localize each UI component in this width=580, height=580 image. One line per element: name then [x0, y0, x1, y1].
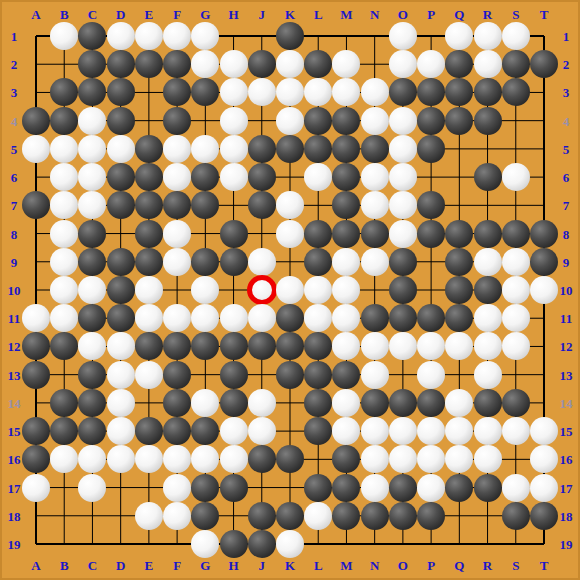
coord-label: J [259, 559, 266, 572]
stone-white-S9[interactable] [502, 248, 530, 276]
stone-white-G5[interactable] [191, 135, 219, 163]
stone-white-J14[interactable] [248, 389, 276, 417]
stone-black-H12[interactable] [220, 332, 248, 360]
stone-white-C10[interactable] [78, 276, 106, 304]
stone-white-N15[interactable] [361, 417, 389, 445]
stone-white-E16[interactable] [135, 445, 163, 473]
coord-label: K [285, 559, 295, 572]
stone-white-F9[interactable] [163, 248, 191, 276]
stone-white-O5[interactable] [389, 135, 417, 163]
stone-black-R10[interactable] [474, 276, 502, 304]
stone-black-R6[interactable] [474, 163, 502, 191]
stone-white-M11[interactable] [332, 304, 360, 332]
stone-white-D16[interactable] [107, 445, 135, 473]
stone-white-Q15[interactable] [445, 417, 473, 445]
stone-white-K4[interactable] [276, 107, 304, 135]
stone-white-D14[interactable] [107, 389, 135, 417]
last-move-stone-white-J10[interactable] [247, 275, 277, 305]
stone-white-E13[interactable] [135, 361, 163, 389]
stone-white-P17[interactable] [417, 474, 445, 502]
stone-white-D13[interactable] [107, 361, 135, 389]
stone-white-F8[interactable] [163, 220, 191, 248]
stone-white-C6[interactable] [78, 163, 106, 191]
stone-black-O11[interactable] [389, 304, 417, 332]
stone-black-M4[interactable] [332, 107, 360, 135]
stone-black-D9[interactable] [107, 248, 135, 276]
stone-white-N9[interactable] [361, 248, 389, 276]
stone-black-L15[interactable] [304, 417, 332, 445]
stone-black-P5[interactable] [417, 135, 445, 163]
stone-black-N11[interactable] [361, 304, 389, 332]
coord-label: 1 [11, 30, 18, 43]
stone-white-G16[interactable] [191, 445, 219, 473]
stone-white-R1[interactable] [474, 22, 502, 50]
stone-black-K5[interactable] [276, 135, 304, 163]
stone-white-Q1[interactable] [445, 22, 473, 50]
stone-white-M14[interactable] [332, 389, 360, 417]
stone-white-P13[interactable] [417, 361, 445, 389]
stone-black-Q4[interactable] [445, 107, 473, 135]
stone-black-R8[interactable] [474, 220, 502, 248]
stone-black-E5[interactable] [135, 135, 163, 163]
stone-white-N17[interactable] [361, 474, 389, 502]
stone-black-Q8[interactable] [445, 220, 473, 248]
stone-black-T2[interactable] [530, 50, 558, 78]
stone-black-J19[interactable] [248, 530, 276, 558]
stone-white-N12[interactable] [361, 332, 389, 360]
stone-white-P15[interactable] [417, 417, 445, 445]
stone-white-H11[interactable] [220, 304, 248, 332]
stone-white-C7[interactable] [78, 191, 106, 219]
stone-black-D11[interactable] [107, 304, 135, 332]
stone-black-J5[interactable] [248, 135, 276, 163]
stone-black-K1[interactable] [276, 22, 304, 50]
stone-white-F5[interactable] [163, 135, 191, 163]
stone-white-G2[interactable] [191, 50, 219, 78]
stone-white-B11[interactable] [50, 304, 78, 332]
stone-black-F13[interactable] [163, 361, 191, 389]
coord-label: 7 [11, 199, 18, 212]
stone-white-L6[interactable] [304, 163, 332, 191]
coord-label: P [427, 8, 435, 21]
stone-white-R2[interactable] [474, 50, 502, 78]
stone-white-B8[interactable] [50, 220, 78, 248]
stone-white-J11[interactable] [248, 304, 276, 332]
stone-white-M10[interactable] [332, 276, 360, 304]
stone-black-G15[interactable] [191, 417, 219, 445]
stone-black-J18[interactable] [248, 502, 276, 530]
coord-label: 9 [563, 255, 570, 268]
stone-black-K11[interactable] [276, 304, 304, 332]
stone-white-D5[interactable] [107, 135, 135, 163]
stone-white-H15[interactable] [220, 417, 248, 445]
stone-white-R12[interactable] [474, 332, 502, 360]
coord-label: A [31, 559, 40, 572]
stone-white-N7[interactable] [361, 191, 389, 219]
stone-black-M18[interactable] [332, 502, 360, 530]
coord-label: O [398, 559, 408, 572]
stone-white-O8[interactable] [389, 220, 417, 248]
stone-black-G3[interactable] [191, 78, 219, 106]
stone-white-N13[interactable] [361, 361, 389, 389]
stone-black-G7[interactable] [191, 191, 219, 219]
coord-label: L [314, 8, 323, 21]
stone-black-M6[interactable] [332, 163, 360, 191]
stone-white-H6[interactable] [220, 163, 248, 191]
stone-black-J16[interactable] [248, 445, 276, 473]
stone-white-R16[interactable] [474, 445, 502, 473]
stone-black-C9[interactable] [78, 248, 106, 276]
stone-black-K18[interactable] [276, 502, 304, 530]
stone-white-K7[interactable] [276, 191, 304, 219]
stone-white-B16[interactable] [50, 445, 78, 473]
stone-black-H14[interactable] [220, 389, 248, 417]
stone-black-L17[interactable] [304, 474, 332, 502]
stone-white-O12[interactable] [389, 332, 417, 360]
stone-black-G12[interactable] [191, 332, 219, 360]
stone-black-H13[interactable] [220, 361, 248, 389]
coord-label: N [370, 8, 379, 21]
stone-white-F6[interactable] [163, 163, 191, 191]
stone-white-D12[interactable] [107, 332, 135, 360]
stone-black-C11[interactable] [78, 304, 106, 332]
stone-white-M2[interactable] [332, 50, 360, 78]
stone-black-L12[interactable] [304, 332, 332, 360]
stone-white-C17[interactable] [78, 474, 106, 502]
stone-black-R4[interactable] [474, 107, 502, 135]
stone-white-O4[interactable] [389, 107, 417, 135]
stone-black-E7[interactable] [135, 191, 163, 219]
stone-white-S15[interactable] [502, 417, 530, 445]
stone-black-O18[interactable] [389, 502, 417, 530]
stone-white-L10[interactable] [304, 276, 332, 304]
stone-black-B12[interactable] [50, 332, 78, 360]
stone-black-C14[interactable] [78, 389, 106, 417]
stone-black-F7[interactable] [163, 191, 191, 219]
stone-black-C3[interactable] [78, 78, 106, 106]
stone-black-G18[interactable] [191, 502, 219, 530]
stone-white-D15[interactable] [107, 417, 135, 445]
stone-black-B3[interactable] [50, 78, 78, 106]
stone-black-N14[interactable] [361, 389, 389, 417]
stone-black-J12[interactable] [248, 332, 276, 360]
stone-white-E11[interactable] [135, 304, 163, 332]
stone-white-G10[interactable] [191, 276, 219, 304]
stone-white-P16[interactable] [417, 445, 445, 473]
stone-black-S18[interactable] [502, 502, 530, 530]
stone-black-M17[interactable] [332, 474, 360, 502]
stone-white-S12[interactable] [502, 332, 530, 360]
stone-black-E2[interactable] [135, 50, 163, 78]
stone-black-E6[interactable] [135, 163, 163, 191]
stone-black-O9[interactable] [389, 248, 417, 276]
stone-black-C13[interactable] [78, 361, 106, 389]
stone-black-L13[interactable] [304, 361, 332, 389]
coord-label: J [259, 8, 266, 21]
stone-black-L9[interactable] [304, 248, 332, 276]
stone-white-E18[interactable] [135, 502, 163, 530]
coord-label: O [398, 8, 408, 21]
stone-black-T8[interactable] [530, 220, 558, 248]
stone-black-C8[interactable] [78, 220, 106, 248]
stone-black-P11[interactable] [417, 304, 445, 332]
coord-label: 12 [8, 340, 21, 353]
stone-white-J9[interactable] [248, 248, 276, 276]
stone-black-L4[interactable] [304, 107, 332, 135]
stone-black-N5[interactable] [361, 135, 389, 163]
stone-black-O10[interactable] [389, 276, 417, 304]
stone-white-Q14[interactable] [445, 389, 473, 417]
stone-black-D6[interactable] [107, 163, 135, 191]
coord-label: G [200, 8, 210, 21]
stone-white-K2[interactable] [276, 50, 304, 78]
stone-white-O16[interactable] [389, 445, 417, 473]
stone-black-P4[interactable] [417, 107, 445, 135]
stone-black-D10[interactable] [107, 276, 135, 304]
stone-black-G9[interactable] [191, 248, 219, 276]
stone-black-D7[interactable] [107, 191, 135, 219]
stone-black-H19[interactable] [220, 530, 248, 558]
stone-black-T9[interactable] [530, 248, 558, 276]
stone-black-P8[interactable] [417, 220, 445, 248]
stone-white-H4[interactable] [220, 107, 248, 135]
coord-label: G [200, 559, 210, 572]
stone-black-M16[interactable] [332, 445, 360, 473]
stone-white-G1[interactable] [191, 22, 219, 50]
stone-white-B6[interactable] [50, 163, 78, 191]
stone-black-O14[interactable] [389, 389, 417, 417]
stone-white-K8[interactable] [276, 220, 304, 248]
stone-black-Q17[interactable] [445, 474, 473, 502]
stone-black-P3[interactable] [417, 78, 445, 106]
stone-black-Q3[interactable] [445, 78, 473, 106]
stone-white-G19[interactable] [191, 530, 219, 558]
stone-white-L11[interactable] [304, 304, 332, 332]
stone-white-R15[interactable] [474, 417, 502, 445]
stone-white-N6[interactable] [361, 163, 389, 191]
stone-black-A4[interactable] [22, 107, 50, 135]
stone-white-C4[interactable] [78, 107, 106, 135]
stone-black-J7[interactable] [248, 191, 276, 219]
stone-white-N3[interactable] [361, 78, 389, 106]
stone-white-O7[interactable] [389, 191, 417, 219]
stone-white-J15[interactable] [248, 417, 276, 445]
stone-black-F15[interactable] [163, 417, 191, 445]
stone-black-F4[interactable] [163, 107, 191, 135]
stone-black-S3[interactable] [502, 78, 530, 106]
stone-black-K13[interactable] [276, 361, 304, 389]
stone-black-C2[interactable] [78, 50, 106, 78]
coord-label: 12 [560, 340, 573, 353]
stone-black-Q9[interactable] [445, 248, 473, 276]
stone-black-E12[interactable] [135, 332, 163, 360]
stone-white-F17[interactable] [163, 474, 191, 502]
coord-label: 13 [8, 368, 21, 381]
stone-black-L14[interactable] [304, 389, 332, 417]
stone-black-S2[interactable] [502, 50, 530, 78]
stone-black-O17[interactable] [389, 474, 417, 502]
stone-white-S1[interactable] [502, 22, 530, 50]
stone-black-P18[interactable] [417, 502, 445, 530]
stone-white-M9[interactable] [332, 248, 360, 276]
stone-white-S11[interactable] [502, 304, 530, 332]
stone-black-A13[interactable] [22, 361, 50, 389]
stone-black-Q2[interactable] [445, 50, 473, 78]
stone-white-Q12[interactable] [445, 332, 473, 360]
stone-black-Q10[interactable] [445, 276, 473, 304]
stone-black-H17[interactable] [220, 474, 248, 502]
stone-black-A16[interactable] [22, 445, 50, 473]
stone-black-R3[interactable] [474, 78, 502, 106]
stone-black-L2[interactable] [304, 50, 332, 78]
stone-white-O1[interactable] [389, 22, 417, 50]
stone-black-G6[interactable] [191, 163, 219, 191]
stone-black-E9[interactable] [135, 248, 163, 276]
stone-white-N4[interactable] [361, 107, 389, 135]
stone-white-R13[interactable] [474, 361, 502, 389]
stone-black-B14[interactable] [50, 389, 78, 417]
stone-black-K16[interactable] [276, 445, 304, 473]
stone-white-L3[interactable] [304, 78, 332, 106]
stone-white-J3[interactable] [248, 78, 276, 106]
coord-label: L [314, 559, 323, 572]
stone-black-D2[interactable] [107, 50, 135, 78]
coord-label: 17 [560, 481, 573, 494]
stone-black-F14[interactable] [163, 389, 191, 417]
stone-white-G11[interactable] [191, 304, 219, 332]
coord-label: 7 [563, 199, 570, 212]
stone-white-N16[interactable] [361, 445, 389, 473]
stone-white-A5[interactable] [22, 135, 50, 163]
stone-black-J6[interactable] [248, 163, 276, 191]
stone-black-A7[interactable] [22, 191, 50, 219]
stone-white-T17[interactable] [530, 474, 558, 502]
stone-black-F2[interactable] [163, 50, 191, 78]
stone-white-L18[interactable] [304, 502, 332, 530]
stone-black-D3[interactable] [107, 78, 135, 106]
stone-black-H8[interactable] [220, 220, 248, 248]
stone-white-S10[interactable] [502, 276, 530, 304]
stone-white-F1[interactable] [163, 22, 191, 50]
stone-white-M15[interactable] [332, 417, 360, 445]
stone-white-D1[interactable] [107, 22, 135, 50]
stone-white-M12[interactable] [332, 332, 360, 360]
stone-white-F16[interactable] [163, 445, 191, 473]
stone-white-E10[interactable] [135, 276, 163, 304]
stone-black-M7[interactable] [332, 191, 360, 219]
stone-black-R14[interactable] [474, 389, 502, 417]
stone-white-K19[interactable] [276, 530, 304, 558]
stone-white-F18[interactable] [163, 502, 191, 530]
stone-white-A17[interactable] [22, 474, 50, 502]
stone-white-B7[interactable] [50, 191, 78, 219]
stone-black-S8[interactable] [502, 220, 530, 248]
stone-black-A15[interactable] [22, 417, 50, 445]
stone-white-H5[interactable] [220, 135, 248, 163]
stone-white-G14[interactable] [191, 389, 219, 417]
stone-black-B4[interactable] [50, 107, 78, 135]
stone-white-R11[interactable] [474, 304, 502, 332]
stone-white-B10[interactable] [50, 276, 78, 304]
stone-black-F3[interactable] [163, 78, 191, 106]
stone-black-O3[interactable] [389, 78, 417, 106]
stone-white-O15[interactable] [389, 417, 417, 445]
stone-black-T18[interactable] [530, 502, 558, 530]
stone-white-B5[interactable] [50, 135, 78, 163]
stone-white-S6[interactable] [502, 163, 530, 191]
stone-white-O2[interactable] [389, 50, 417, 78]
stone-black-P7[interactable] [417, 191, 445, 219]
stone-white-E1[interactable] [135, 22, 163, 50]
stone-white-T15[interactable] [530, 417, 558, 445]
stone-black-L5[interactable] [304, 135, 332, 163]
stone-black-M5[interactable] [332, 135, 360, 163]
stone-white-H2[interactable] [220, 50, 248, 78]
stone-white-P12[interactable] [417, 332, 445, 360]
stone-black-J2[interactable] [248, 50, 276, 78]
stone-black-K12[interactable] [276, 332, 304, 360]
stone-black-R17[interactable] [474, 474, 502, 502]
stone-white-T16[interactable] [530, 445, 558, 473]
stone-white-O6[interactable] [389, 163, 417, 191]
stone-black-N18[interactable] [361, 502, 389, 530]
coord-label: 18 [560, 509, 573, 522]
stone-black-N8[interactable] [361, 220, 389, 248]
stone-black-M13[interactable] [332, 361, 360, 389]
stone-black-F12[interactable] [163, 332, 191, 360]
coord-label: 6 [563, 171, 570, 184]
stone-white-C16[interactable] [78, 445, 106, 473]
stone-black-D4[interactable] [107, 107, 135, 135]
stone-white-M3[interactable] [332, 78, 360, 106]
coord-label: A [31, 8, 40, 21]
stone-white-F11[interactable] [163, 304, 191, 332]
coord-label: F [173, 559, 181, 572]
stone-black-M8[interactable] [332, 220, 360, 248]
stone-white-C12[interactable] [78, 332, 106, 360]
stone-white-K3[interactable] [276, 78, 304, 106]
stone-white-H3[interactable] [220, 78, 248, 106]
coord-label: D [116, 8, 125, 21]
stone-white-R9[interactable] [474, 248, 502, 276]
stone-white-P2[interactable] [417, 50, 445, 78]
stone-black-Q11[interactable] [445, 304, 473, 332]
coord-label: 11 [560, 312, 572, 325]
stone-white-K10[interactable] [276, 276, 304, 304]
stone-black-E8[interactable] [135, 220, 163, 248]
stone-black-E15[interactable] [135, 417, 163, 445]
stone-white-T10[interactable] [530, 276, 558, 304]
stone-white-S17[interactable] [502, 474, 530, 502]
stone-black-C15[interactable] [78, 417, 106, 445]
stone-black-P14[interactable] [417, 389, 445, 417]
stone-white-C5[interactable] [78, 135, 106, 163]
stone-black-A12[interactable] [22, 332, 50, 360]
stone-white-B1[interactable] [50, 22, 78, 50]
stone-black-S14[interactable] [502, 389, 530, 417]
stone-white-B9[interactable] [50, 248, 78, 276]
stone-black-H9[interactable] [220, 248, 248, 276]
stone-white-H16[interactable] [220, 445, 248, 473]
stone-black-L8[interactable] [304, 220, 332, 248]
coord-label: 17 [8, 481, 21, 494]
stone-black-G17[interactable] [191, 474, 219, 502]
stone-black-C1[interactable] [78, 22, 106, 50]
coord-label: T [540, 8, 549, 21]
stone-white-Q16[interactable] [445, 445, 473, 473]
stone-black-B15[interactable] [50, 417, 78, 445]
stone-white-A11[interactable] [22, 304, 50, 332]
